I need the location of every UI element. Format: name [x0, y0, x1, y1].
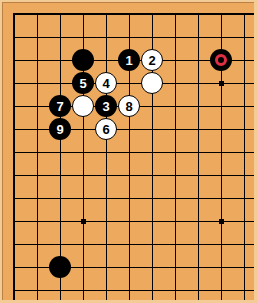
stone-move-number: 4: [102, 77, 109, 90]
stone-black-f17[interactable]: 1: [118, 49, 140, 71]
stone-move-number: 3: [102, 100, 109, 113]
stone-move-number: 1: [125, 54, 132, 67]
stone-black-c15[interactable]: 7: [49, 95, 71, 117]
stone-white-g17[interactable]: 2: [141, 49, 163, 71]
stone-move-number: 9: [56, 123, 63, 136]
stone-white-e16[interactable]: 4: [95, 72, 117, 94]
go-board-diagram: 125473896: [0, 0, 257, 303]
stone-white-f15[interactable]: 8: [118, 95, 140, 117]
stone-move-number: 5: [79, 77, 86, 90]
stone-move-number: 7: [56, 100, 63, 113]
board-grid: 125473896: [3, 3, 256, 302]
stone-black-k17[interactable]: [210, 49, 232, 71]
stone-black-c8[interactable]: [49, 256, 71, 278]
stone-white-d15[interactable]: [72, 95, 94, 117]
circle-mark-icon: [215, 54, 227, 66]
stone-black-d17[interactable]: [72, 49, 94, 71]
stone-move-number: 2: [148, 54, 155, 67]
star-point-k10: [219, 219, 224, 224]
stone-black-e15[interactable]: 3: [95, 95, 117, 117]
board-frame-right: [254, 0, 257, 303]
board-frame-bevel-top: [2, 2, 254, 3]
stone-black-c14[interactable]: 9: [49, 118, 71, 140]
stone-move-number: 8: [125, 100, 132, 113]
board-frame-bevel-left: [2, 2, 3, 300]
stone-white-e14[interactable]: 6: [95, 118, 117, 140]
stone-white-g16[interactable]: [141, 72, 163, 94]
stone-black-d16[interactable]: 5: [72, 72, 94, 94]
star-point-d10: [81, 219, 86, 224]
star-point-k16: [219, 81, 224, 86]
stone-move-number: 6: [102, 123, 109, 136]
